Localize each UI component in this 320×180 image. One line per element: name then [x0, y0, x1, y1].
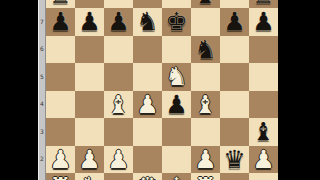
square-h4[interactable]: [249, 91, 278, 119]
square-d7[interactable]: ♞: [133, 8, 162, 36]
square-h7[interactable]: ♟: [249, 8, 278, 36]
square-b5[interactable]: [75, 63, 104, 91]
piece-black-pawn-c7[interactable]: ♟: [104, 8, 133, 36]
piece-white-pawn-d4[interactable]: ♟: [133, 91, 162, 119]
square-h5[interactable]: [249, 63, 278, 91]
square-c5[interactable]: [104, 63, 133, 91]
square-b6[interactable]: [75, 36, 104, 64]
square-f1[interactable]: ♜: [191, 173, 220, 180]
square-a4[interactable]: [46, 91, 75, 119]
square-h6[interactable]: [249, 36, 278, 64]
square-a2[interactable]: ♟: [46, 146, 75, 174]
piece-white-pawn-a2[interactable]: ♟: [46, 146, 75, 174]
rank-label-3: 3: [38, 129, 46, 135]
square-e4[interactable]: ♟: [162, 91, 191, 119]
square-g6[interactable]: [220, 36, 249, 64]
square-h2[interactable]: ♟: [249, 146, 278, 174]
square-e7[interactable]: ♚: [162, 8, 191, 36]
square-c6[interactable]: [104, 36, 133, 64]
piece-black-bishop-f8[interactable]: ♝: [191, 0, 220, 8]
square-b2[interactable]: ♟: [75, 146, 104, 174]
chess-diagram: 87654321 ♜♝♜♟♟♟♞♚♟♟♞♞♝♟♟♝♝♟♟♟♟♛♟♜♞♛♚♜: [0, 0, 320, 180]
square-b7[interactable]: ♟: [75, 8, 104, 36]
square-a6[interactable]: [46, 36, 75, 64]
piece-white-rook-a1[interactable]: ♜: [46, 173, 75, 180]
square-a1[interactable]: ♜: [46, 173, 75, 180]
square-b1[interactable]: ♞: [75, 173, 104, 180]
square-f8[interactable]: ♝: [191, 0, 220, 8]
chess-board: ♜♝♜♟♟♟♞♚♟♟♞♞♝♟♟♝♝♟♟♟♟♛♟♜♞♛♚♜: [46, 0, 278, 180]
piece-black-king-e7[interactable]: ♚: [162, 8, 191, 36]
square-f2[interactable]: ♟: [191, 146, 220, 174]
piece-white-bishop-f4[interactable]: ♝: [191, 91, 220, 119]
square-f7[interactable]: [191, 8, 220, 36]
square-f5[interactable]: [191, 63, 220, 91]
rank-label-6: 6: [38, 46, 46, 52]
piece-black-knight-f6[interactable]: ♞: [191, 36, 220, 64]
piece-black-pawn-g7[interactable]: ♟: [220, 8, 249, 36]
piece-black-pawn-e4[interactable]: ♟: [162, 91, 191, 119]
square-g3[interactable]: [220, 118, 249, 146]
square-c2[interactable]: ♟: [104, 146, 133, 174]
rank-label-2: 2: [38, 156, 46, 162]
square-d2[interactable]: [133, 146, 162, 174]
square-f4[interactable]: ♝: [191, 91, 220, 119]
piece-white-rook-f1[interactable]: ♜: [191, 173, 220, 180]
piece-black-bishop-h3[interactable]: ♝: [249, 118, 278, 146]
square-b3[interactable]: [75, 118, 104, 146]
square-g2[interactable]: ♛: [220, 146, 249, 174]
square-g7[interactable]: ♟: [220, 8, 249, 36]
square-f6[interactable]: ♞: [191, 36, 220, 64]
square-g1[interactable]: [220, 173, 249, 180]
piece-white-knight-b1[interactable]: ♞: [75, 173, 104, 180]
piece-white-king-e1[interactable]: ♚: [162, 173, 191, 180]
piece-white-pawn-h2[interactable]: ♟: [249, 146, 278, 174]
square-d3[interactable]: [133, 118, 162, 146]
piece-white-bishop-c4[interactable]: ♝: [104, 91, 133, 119]
square-g4[interactable]: [220, 91, 249, 119]
square-c7[interactable]: ♟: [104, 8, 133, 36]
square-d5[interactable]: [133, 63, 162, 91]
piece-white-pawn-b2[interactable]: ♟: [75, 146, 104, 174]
square-a7[interactable]: ♟: [46, 8, 75, 36]
piece-black-queen-g2[interactable]: ♛: [220, 146, 249, 174]
piece-black-knight-d7[interactable]: ♞: [133, 8, 162, 36]
piece-black-pawn-h7[interactable]: ♟: [249, 8, 278, 36]
square-e1[interactable]: ♚: [162, 173, 191, 180]
square-g5[interactable]: [220, 63, 249, 91]
piece-white-knight-e5[interactable]: ♞: [162, 63, 191, 91]
square-e3[interactable]: [162, 118, 191, 146]
square-h1[interactable]: [249, 173, 278, 180]
square-a3[interactable]: [46, 118, 75, 146]
piece-white-queen-d1[interactable]: ♛: [133, 173, 162, 180]
piece-white-pawn-c2[interactable]: ♟: [104, 146, 133, 174]
rank-coordinate-strip: 87654321: [38, 0, 46, 180]
square-h3[interactable]: ♝: [249, 118, 278, 146]
square-d6[interactable]: [133, 36, 162, 64]
square-e5[interactable]: ♞: [162, 63, 191, 91]
square-f3[interactable]: [191, 118, 220, 146]
piece-white-pawn-f2[interactable]: ♟: [191, 146, 220, 174]
square-a5[interactable]: [46, 63, 75, 91]
square-e6[interactable]: [162, 36, 191, 64]
square-d1[interactable]: ♛: [133, 173, 162, 180]
square-c4[interactable]: ♝: [104, 91, 133, 119]
square-c1[interactable]: [104, 173, 133, 180]
rank-label-5: 5: [38, 74, 46, 80]
piece-black-pawn-a7[interactable]: ♟: [46, 8, 75, 36]
square-e2[interactable]: [162, 146, 191, 174]
rank-label-4: 4: [38, 101, 46, 107]
square-c3[interactable]: [104, 118, 133, 146]
square-b4[interactable]: [75, 91, 104, 119]
piece-black-pawn-b7[interactable]: ♟: [75, 8, 104, 36]
rank-label-7: 7: [38, 19, 46, 25]
square-d4[interactable]: ♟: [133, 91, 162, 119]
